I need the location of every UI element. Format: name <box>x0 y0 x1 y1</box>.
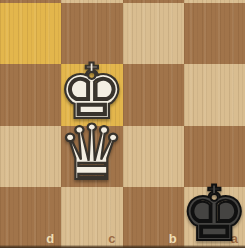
square-b7[interactable] <box>123 126 184 187</box>
black-king[interactable]: ♚ <box>180 176 245 248</box>
square-d5[interactable] <box>0 3 61 64</box>
square-c7[interactable]: ♛ <box>61 126 122 187</box>
white-queen[interactable]: ♛ <box>58 115 126 191</box>
square-b8[interactable]: b <box>123 187 184 248</box>
file-label-b: b <box>169 232 177 245</box>
square-d8[interactable]: d <box>0 187 61 248</box>
square-a5[interactable] <box>184 3 245 64</box>
chess-board[interactable]: ♚♛dcba♚ <box>0 0 245 248</box>
square-d7[interactable] <box>0 126 61 187</box>
square-b5[interactable] <box>123 3 184 64</box>
file-label-c: c <box>108 232 115 245</box>
square-d6[interactable] <box>0 64 61 125</box>
square-a8[interactable]: a♚ <box>184 187 245 248</box>
square-a6[interactable] <box>184 64 245 125</box>
square-b6[interactable] <box>123 64 184 125</box>
file-label-d: d <box>46 232 54 245</box>
